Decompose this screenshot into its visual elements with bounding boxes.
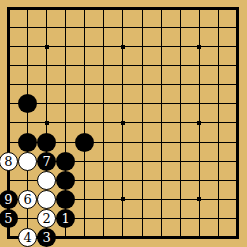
stone-move-number: 6 [23,193,31,206]
stone-black-move-1-c4r12: 1 [56,209,75,228]
stone-black-c2r6 [18,94,37,113]
stone-black-move-3-c3r13: 3 [37,228,56,247]
stone-move-number: 9 [4,193,12,206]
stone-white-move-4-c2r13: 4 [18,228,37,247]
stone-black-move-7-c3r9: 7 [37,152,56,171]
stone-white-move-2-c3r12: 2 [37,209,56,228]
stone-black-c5r8 [75,133,94,152]
stone-black-move-5-c1r12: 5 [0,209,18,228]
stone-move-number: 8 [4,155,12,168]
stone-black-c2r8 [18,133,37,152]
go-diagram: 879652143 [0,0,247,247]
stone-white-c3r10 [37,171,56,190]
stone-white-move-8-c1r9: 8 [0,152,18,171]
stone-black-c4r9 [56,152,75,171]
stone-move-number: 4 [23,231,31,244]
stone-black-c3r8 [37,133,56,152]
stone-move-number: 7 [43,155,51,168]
stone-move-number: 5 [4,212,12,225]
stone-black-c4r10 [56,171,75,190]
stone-white-move-6-c2r11: 6 [18,190,37,209]
stone-move-number: 2 [43,212,51,225]
stone-white-c2r9 [18,152,37,171]
stone-black-c4r11 [56,190,75,209]
stone-move-number: 3 [43,231,51,244]
stone-move-number: 1 [62,212,70,225]
stone-black-move-9-c1r11: 9 [0,190,18,209]
board-grid: 879652143 [0,0,247,247]
stone-white-c3r11 [37,190,56,209]
